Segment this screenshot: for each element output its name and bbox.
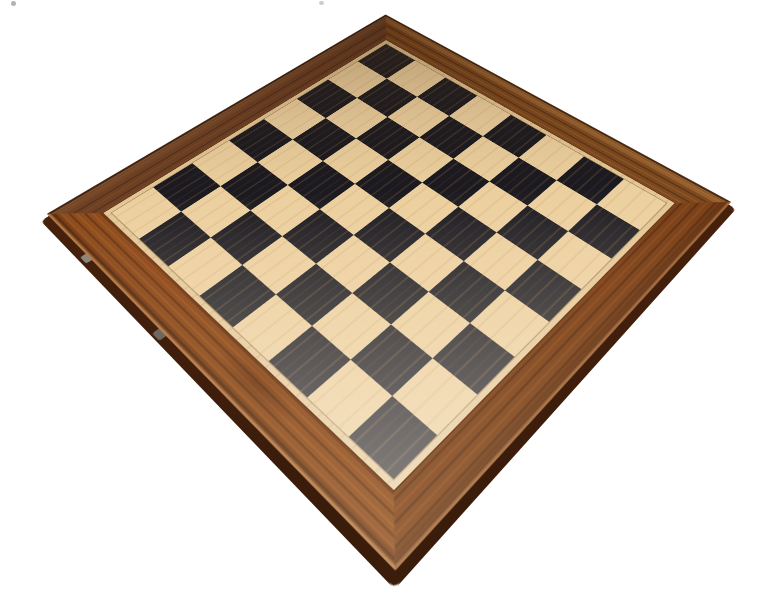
photo-canvas bbox=[0, 0, 768, 608]
chess-board bbox=[47, 15, 731, 571]
board-face bbox=[47, 15, 731, 571]
board-grid bbox=[112, 44, 666, 479]
dust-speck bbox=[11, 1, 16, 6]
dust-speck bbox=[319, 1, 324, 5]
